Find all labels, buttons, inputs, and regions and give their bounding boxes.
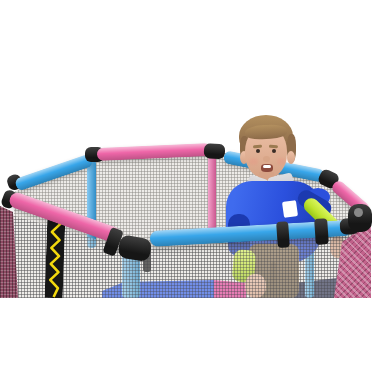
corner-elbow-ring bbox=[354, 208, 363, 217]
net-pole-back-center bbox=[208, 154, 216, 236]
entrance-zipper bbox=[45, 216, 66, 299]
boy-cheek-right bbox=[277, 158, 286, 165]
boy-teeth bbox=[263, 165, 271, 168]
boy-eye-left bbox=[256, 149, 260, 153]
white-chest-patch bbox=[282, 200, 298, 218]
boy-cheek-left bbox=[249, 158, 258, 165]
boy-eye-right bbox=[272, 149, 276, 153]
zipper-zigzag-icon bbox=[45, 216, 66, 299]
corner-joint-back-center bbox=[203, 143, 225, 159]
trampoline-product-photo bbox=[0, 0, 378, 378]
strap-front-rail-2 bbox=[314, 218, 329, 245]
strap-front-rail-1 bbox=[276, 221, 290, 248]
boy-eyebrow-right bbox=[269, 145, 278, 148]
boy-ear-right bbox=[287, 151, 295, 164]
boy-nose bbox=[263, 156, 270, 162]
